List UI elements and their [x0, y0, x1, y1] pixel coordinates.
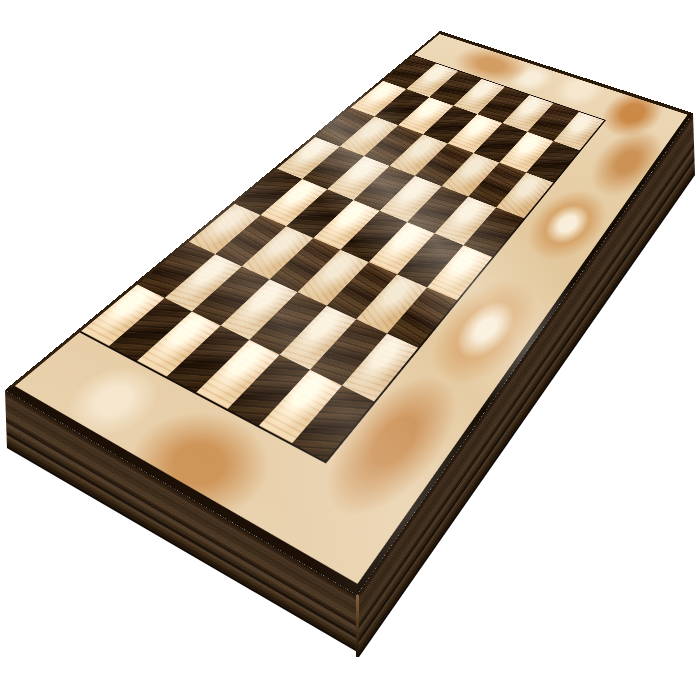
product-photo-backgammon-case	[0, 0, 700, 700]
case-corner-edge-highlight	[356, 595, 359, 657]
